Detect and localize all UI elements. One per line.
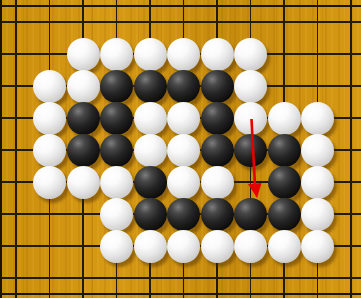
black-stone[interactable] <box>268 134 301 167</box>
black-stone[interactable] <box>201 102 234 135</box>
black-stone[interactable] <box>268 166 301 199</box>
black-stone[interactable] <box>67 102 100 135</box>
black-stone[interactable] <box>201 70 234 103</box>
white-stone[interactable] <box>100 230 133 263</box>
black-stone[interactable] <box>167 198 200 231</box>
white-stone[interactable] <box>167 102 200 135</box>
white-stone[interactable] <box>234 102 267 135</box>
white-stone[interactable] <box>100 38 133 71</box>
grid-line <box>0 21 361 23</box>
black-stone[interactable] <box>134 70 167 103</box>
white-stone[interactable] <box>100 166 133 199</box>
white-stone[interactable] <box>167 38 200 71</box>
white-stone[interactable] <box>134 38 167 71</box>
white-stone[interactable] <box>301 166 334 199</box>
white-stone[interactable] <box>134 102 167 135</box>
white-stone[interactable] <box>167 230 200 263</box>
white-stone[interactable] <box>167 166 200 199</box>
white-stone[interactable] <box>201 166 234 199</box>
white-stone[interactable] <box>268 102 301 135</box>
black-stone[interactable] <box>67 134 100 167</box>
white-stone[interactable] <box>301 230 334 263</box>
white-stone[interactable] <box>234 70 267 103</box>
go-board[interactable] <box>0 0 361 298</box>
white-stone[interactable] <box>33 166 66 199</box>
black-stone[interactable] <box>201 134 234 167</box>
white-stone[interactable] <box>201 38 234 71</box>
white-stone[interactable] <box>67 38 100 71</box>
black-stone[interactable] <box>234 198 267 231</box>
black-stone[interactable] <box>134 198 167 231</box>
black-stone[interactable] <box>100 102 133 135</box>
white-stone[interactable] <box>234 230 267 263</box>
white-stone[interactable] <box>268 230 301 263</box>
white-stone[interactable] <box>167 134 200 167</box>
black-stone[interactable] <box>100 70 133 103</box>
white-stone[interactable] <box>134 230 167 263</box>
board-edge-line <box>0 5 361 7</box>
white-stone[interactable] <box>201 230 234 263</box>
white-stone[interactable] <box>301 198 334 231</box>
white-stone[interactable] <box>67 166 100 199</box>
white-stone[interactable] <box>301 102 334 135</box>
black-stone[interactable] <box>167 70 200 103</box>
black-stone[interactable] <box>100 134 133 167</box>
black-stone[interactable] <box>201 198 234 231</box>
black-stone[interactable] <box>234 134 267 167</box>
grid-line <box>0 277 361 279</box>
white-stone[interactable] <box>33 102 66 135</box>
white-stone[interactable] <box>33 134 66 167</box>
black-stone[interactable] <box>268 198 301 231</box>
white-stone[interactable] <box>33 70 66 103</box>
board-edge-line <box>0 0 2 298</box>
white-stone[interactable] <box>234 38 267 71</box>
white-stone[interactable] <box>100 198 133 231</box>
board-edge-line <box>0 293 361 295</box>
white-stone[interactable] <box>67 70 100 103</box>
white-stone[interactable] <box>134 134 167 167</box>
black-stone[interactable] <box>134 166 167 199</box>
white-stone[interactable] <box>301 134 334 167</box>
